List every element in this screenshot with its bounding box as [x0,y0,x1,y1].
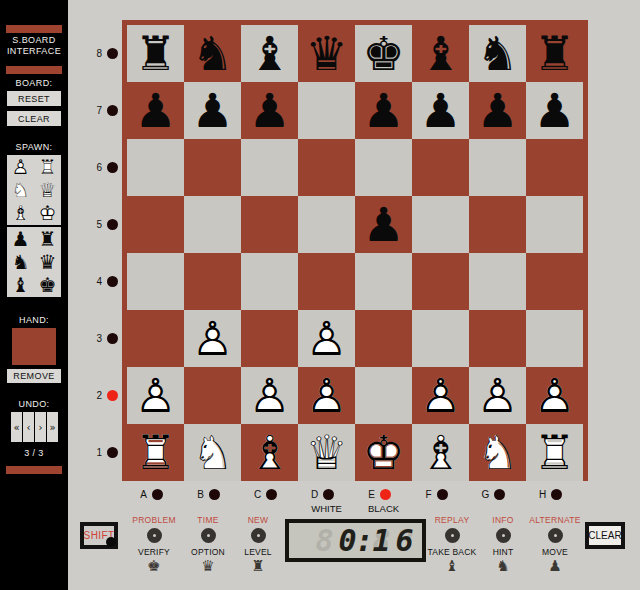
square-c8[interactable]: ♝ [241,25,298,82]
square-g4[interactable] [469,253,526,310]
piece-black-pawn: ♟ [355,82,412,139]
sidebar: S.BOARD INTERFACE BOARD: RESET CLEAR SPA… [0,0,68,590]
piece-black-queen: ♛ [298,25,355,82]
square-e6[interactable] [355,139,412,196]
piece-white-bishop: ♝♗ [241,424,298,481]
square-g8[interactable]: ♞ [469,25,526,82]
square-a5[interactable] [127,196,184,253]
file-label-b: B [180,487,237,501]
knob-shift-label: ALTERNATE [529,515,581,525]
square-b3[interactable]: ♟♙ [184,310,241,367]
square-f1[interactable]: ♝♗ [412,424,469,481]
sboard-interface-app: S.BOARD INTERFACE BOARD: RESET CLEAR SPA… [0,0,640,590]
file-label-c: C [237,487,294,501]
square-a7[interactable]: ♟ [127,82,184,139]
clear-button-label: CLEAR [588,530,621,541]
square-d6[interactable] [298,139,355,196]
rank-3-led [107,333,118,344]
square-h2[interactable]: ♟♙ [526,367,583,424]
knob-take-back[interactable] [445,528,460,543]
spawn-black-queen[interactable]: ♛ [34,250,61,273]
remove-button[interactable]: REMOVE [7,369,61,383]
queen-icon: ♛ [201,559,214,574]
square-b1[interactable]: ♞♘ [184,424,241,481]
square-f4[interactable] [412,253,469,310]
piece-black-pawn: ♟ [412,82,469,139]
rank-label-2: 2 [84,367,118,424]
piece-white-pawn: ♟♙ [469,367,526,424]
square-g6[interactable] [469,139,526,196]
rank-label-7: 7 [84,82,118,139]
square-d7[interactable] [298,82,355,139]
piece-white-pawn: ♟♙ [526,367,583,424]
spawn-black-king[interactable]: ♚ [34,274,61,297]
accent-bar-bottom [6,466,62,474]
piece-black-bishop: ♝ [412,25,469,82]
rank-6-led [107,162,118,173]
square-e4[interactable] [355,253,412,310]
piece-white-pawn: ♟♙ [412,367,469,424]
spawn-black-rook[interactable]: ♜ [34,227,61,250]
clear-button[interactable]: CLEAR [585,522,625,549]
king-icon: ♚ [147,559,160,574]
piece-black-rook: ♜ [127,25,184,82]
square-d8[interactable]: ♛ [298,25,355,82]
knob-label: HINT [493,547,514,557]
square-b6[interactable] [184,139,241,196]
knob-shift-label: INFO [492,515,514,525]
rank-2-led [107,390,118,401]
square-f2[interactable]: ♟♙ [412,367,469,424]
rank-label-5: 5 [84,196,118,253]
file-label-e: E [351,487,408,501]
square-f7[interactable]: ♟ [412,82,469,139]
knob-label: LEVEL [244,547,271,557]
spawn-white-knight[interactable]: ♞♘ [7,178,34,201]
rank-4-led [107,276,118,287]
square-f8[interactable]: ♝ [412,25,469,82]
knob-move[interactable] [548,528,563,543]
square-g5[interactable] [469,196,526,253]
piece-white-pawn: ♟♙ [298,367,355,424]
black-side-label: BLACK [355,503,412,514]
square-a1[interactable]: ♜♖ [127,424,184,481]
knob-hint[interactable] [496,528,511,543]
spawn-black-pawn[interactable]: ♟ [7,227,34,250]
rank-7-led [107,105,118,116]
rank-8-led [107,48,118,59]
rank-label-4: 4 [84,253,118,310]
undo-controls: «‹›» [11,412,58,442]
square-b7[interactable]: ♟ [184,82,241,139]
piece-white-pawn: ♟♙ [127,367,184,424]
rank-label-6: 6 [84,139,118,196]
square-c5[interactable] [241,196,298,253]
piece-white-pawn: ♟♙ [184,310,241,367]
knob-label: VERIFY [138,547,170,557]
clock-digit-2: : [359,524,370,557]
spawn-black-bishop[interactable]: ♝ [7,274,34,297]
square-b4[interactable] [184,253,241,310]
piece-white-rook: ♜♖ [127,424,184,481]
square-c3[interactable] [241,310,298,367]
spawn-black-knight[interactable]: ♞ [7,250,34,273]
accent-bar-top [6,25,62,33]
square-b8[interactable]: ♞ [184,25,241,82]
square-d1[interactable]: ♛♕ [298,424,355,481]
rank-label-8: 8 [84,25,118,82]
rank-label-3: 3 [84,310,118,367]
piece-black-bishop: ♝ [241,25,298,82]
square-f6[interactable] [412,139,469,196]
square-e8[interactable]: ♚ [355,25,412,82]
spawn-white-queen[interactable]: ♛♕ [34,178,61,201]
undo-last-button[interactable]: » [47,412,58,442]
spawn-palette-black: ♟♜♞♛♝♚ [7,227,61,297]
spawn-white-rook[interactable]: ♜♖ [34,155,61,178]
rank-1-led [107,447,118,458]
knob-group-move: ALTERNATEMOVE♟ [515,515,595,574]
square-a8[interactable]: ♜ [127,25,184,82]
undo-counter: 3 / 3 [0,448,68,458]
clear-board-button[interactable]: CLEAR [7,111,61,126]
file-e-led [380,489,391,500]
piece-white-king: ♚♔ [355,424,412,481]
knob-level[interactable] [251,528,266,543]
piece-white-pawn: ♟♙ [241,367,298,424]
square-b2[interactable] [184,367,241,424]
spawn-white-king[interactable]: ♚♔ [34,202,61,225]
clock-digit-4: 86 [393,524,416,557]
square-h7[interactable]: ♟ [526,82,583,139]
clock-digit-3: 81 [370,524,393,557]
square-e2[interactable] [355,367,412,424]
bishop-icon: ♝ [445,559,458,574]
square-g1[interactable]: ♞♘ [469,424,526,481]
piece-black-king: ♚ [355,25,412,82]
piece-black-pawn: ♟ [241,82,298,139]
square-f5[interactable] [412,196,469,253]
rank-5-led [107,219,118,230]
hand-section-label: HAND: [0,315,68,325]
app-title-line1: S.BOARD [0,35,68,45]
piece-black-pawn: ♟ [127,82,184,139]
knob-shift-label: NEW [248,515,269,525]
square-d5[interactable] [298,196,355,253]
square-b5[interactable] [184,196,241,253]
piece-black-pawn: ♟ [184,82,241,139]
piece-black-pawn: ♟ [469,82,526,139]
piece-white-queen: ♛♕ [298,424,355,481]
file-f-led [437,489,448,500]
piece-black-pawn: ♟ [526,82,583,139]
app-title-line2: INTERFACE [0,46,68,56]
rook-icon: ♜ [251,559,264,574]
square-h4[interactable] [526,253,583,310]
spawn-white-pawn[interactable]: ♟♙ [7,155,34,178]
square-g2[interactable]: ♟♙ [469,367,526,424]
square-g3[interactable] [469,310,526,367]
file-label-d: D [294,487,351,501]
square-e5[interactable]: ♟ [355,196,412,253]
board-frame: ♜♞♝♛♚♝♞♜♟♟♟♟♟♟♟♟♟♙♟♙♟♙♟♙♟♙♟♙♟♙♟♙♜♖♞♘♝♗♛♕… [122,20,588,481]
square-d2[interactable]: ♟♙ [298,367,355,424]
shift-button[interactable]: SHIFT [80,522,118,549]
accent-bar-title-bottom [6,66,62,74]
square-c2[interactable]: ♟♙ [241,367,298,424]
file-d-led [323,489,334,500]
piece-white-knight: ♞♘ [469,424,526,481]
board-section-label: BOARD: [0,78,68,88]
spawn-section-label: SPAWN: [0,142,68,152]
knob-verify[interactable] [147,528,162,543]
reset-board-button[interactable]: RESET [7,91,61,106]
file-label-a: A [123,487,180,501]
rank-label-1: 1 [84,424,118,481]
knob-shift-label: TIME [197,515,219,525]
square-g7[interactable]: ♟ [469,82,526,139]
square-c1[interactable]: ♝♗ [241,424,298,481]
piece-white-knight: ♞♘ [184,424,241,481]
piece-black-knight: ♞ [184,25,241,82]
piece-black-knight: ♞ [469,25,526,82]
square-h6[interactable] [526,139,583,196]
file-b-led [209,489,220,500]
spawn-white-bishop[interactable]: ♝♗ [7,202,34,225]
hand-slot[interactable] [12,328,56,365]
knight-icon: ♞ [496,559,509,574]
square-a2[interactable]: ♟♙ [127,367,184,424]
file-a-led [152,489,163,500]
piece-black-rook: ♜ [526,25,583,82]
square-d3[interactable]: ♟♙ [298,310,355,367]
file-c-led [266,489,277,500]
square-h3[interactable] [526,310,583,367]
file-label-g: G [465,487,522,501]
file-label-f: F [408,487,465,501]
piece-white-rook: ♜♖ [526,424,583,481]
square-e7[interactable]: ♟ [355,82,412,139]
undo-section-label: UNDO: [0,399,68,409]
pawn-icon: ♟ [548,559,561,574]
square-e3[interactable] [355,310,412,367]
spawn-palette-white: ♟♙♜♖♞♘♛♕♝♗♚♔ [7,155,61,225]
undo-forward-button[interactable]: › [35,412,46,442]
piece-black-pawn: ♟ [355,196,412,253]
white-side-label: WHITE [298,503,355,514]
piece-white-pawn: ♟♙ [298,310,355,367]
clock-digit-0: 8 [313,524,336,557]
undo-back-button[interactable]: ‹ [23,412,34,442]
square-e1[interactable]: ♚♔ [355,424,412,481]
file-label-h: H [522,487,579,501]
square-d4[interactable] [298,253,355,310]
knob-label: MOVE [542,547,568,557]
square-c4[interactable] [241,253,298,310]
square-a4[interactable] [127,253,184,310]
square-c6[interactable] [241,139,298,196]
file-h-led [551,489,562,500]
square-a6[interactable] [127,139,184,196]
undo-first-button[interactable]: « [11,412,22,442]
chess-clock-display: 880:8186 [285,519,426,562]
square-a3[interactable] [127,310,184,367]
square-h1[interactable]: ♜♖ [526,424,583,481]
chess-board: ♜♞♝♛♚♝♞♜♟♟♟♟♟♟♟♟♟♙♟♙♟♙♟♙♟♙♟♙♟♙♟♙♜♖♞♘♝♗♛♕… [127,25,583,481]
square-h8[interactable]: ♜ [526,25,583,82]
square-h5[interactable] [526,196,583,253]
square-c7[interactable]: ♟ [241,82,298,139]
square-f3[interactable] [412,310,469,367]
file-g-led [494,489,505,500]
knob-option[interactable] [201,528,216,543]
piece-white-bishop: ♝♗ [412,424,469,481]
